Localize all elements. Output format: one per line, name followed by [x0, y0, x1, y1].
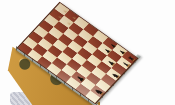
pawn-glyph: ♟	[107, 60, 115, 67]
pawn-glyph: ♟	[72, 16, 77, 20]
pawn-glyph: ♟	[110, 43, 117, 49]
chess-set-photo: ♟♟♟♟♟♟♟♜♝♟♞♟♞	[0, 0, 175, 105]
pawn-glyph: ♟	[75, 74, 85, 82]
knight-glyph: ♞	[93, 87, 104, 96]
black-pawn: ♟	[102, 56, 117, 69]
pawn-glyph: ♟	[104, 48, 111, 54]
pawn-glyph: ♟	[67, 22, 72, 26]
black-pawn: ♟	[71, 71, 86, 84]
